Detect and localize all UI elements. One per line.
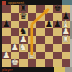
square-d6[interactable]: [28, 21, 37, 29]
square-a5[interactable]: [2, 28, 11, 36]
square-d1[interactable]: [28, 59, 37, 67]
square-e2[interactable]: [36, 52, 45, 60]
square-e7[interactable]: [36, 13, 45, 21]
square-g5[interactable]: [53, 28, 62, 36]
square-d5[interactable]: [28, 28, 37, 36]
scrollbar-thumb[interactable]: [70, 21, 72, 39]
square-d7[interactable]: [28, 13, 37, 21]
chess-app-window: opponent ♜♚♛♟♟♟♟♝♞♟♟♜♟♞♟♛♚ player: [0, 0, 72, 72]
square-c2[interactable]: [19, 52, 28, 60]
square-a6[interactable]: ♟: [2, 21, 11, 29]
square-b1[interactable]: ♚: [11, 59, 20, 67]
piece-white-pawn[interactable]: ♟: [11, 44, 20, 52]
square-b5[interactable]: [11, 28, 20, 36]
square-g2[interactable]: [53, 52, 62, 60]
square-e4[interactable]: [36, 36, 45, 44]
square-d8[interactable]: [28, 5, 37, 13]
square-a4[interactable]: [2, 36, 11, 44]
piece-black-king[interactable]: ♚: [53, 5, 62, 13]
square-f4[interactable]: [45, 36, 54, 44]
top-player-badge: [2, 1, 6, 5]
square-b6[interactable]: [11, 21, 20, 29]
square-g6[interactable]: ♟: [53, 21, 62, 29]
square-e8[interactable]: [36, 5, 45, 13]
piece-black-pawn[interactable]: ♟: [53, 21, 62, 29]
piece-white-pawn[interactable]: ♟: [2, 52, 11, 60]
square-e5[interactable]: [36, 28, 45, 36]
square-f1[interactable]: [45, 59, 54, 67]
piece-white-queen[interactable]: ♛: [28, 52, 37, 60]
square-g8[interactable]: ♚: [53, 5, 62, 13]
bottom-player-name: player: [2, 68, 13, 72]
piece-white-knight[interactable]: ♞: [19, 44, 28, 52]
piece-white-king[interactable]: ♚: [11, 59, 20, 67]
piece-black-queen[interactable]: ♛: [19, 13, 28, 21]
square-g1[interactable]: [53, 59, 62, 67]
square-h4[interactable]: ♜: [62, 36, 71, 44]
square-b7[interactable]: [11, 13, 20, 21]
square-g4[interactable]: [53, 36, 62, 44]
scrollbar[interactable]: [70, 5, 72, 67]
square-g3[interactable]: [53, 44, 62, 52]
bottom-player-bar: player: [0, 67, 72, 72]
square-h1[interactable]: [62, 59, 71, 67]
square-c7[interactable]: ♛: [19, 13, 28, 21]
square-d4[interactable]: [28, 36, 37, 44]
piece-black-pawn[interactable]: ♟: [45, 21, 54, 29]
square-f3[interactable]: [45, 44, 54, 52]
piece-white-rook[interactable]: ♜: [62, 36, 71, 44]
square-e1[interactable]: [36, 59, 45, 67]
square-f8[interactable]: [45, 5, 54, 13]
square-c1[interactable]: [19, 59, 28, 67]
square-b8[interactable]: [11, 5, 20, 13]
square-c3[interactable]: ♞: [19, 44, 28, 52]
square-h2[interactable]: [62, 52, 71, 60]
square-f5[interactable]: [45, 28, 54, 36]
square-f6[interactable]: ♟: [45, 21, 54, 29]
chess-board[interactable]: ♜♚♛♟♟♟♟♝♞♟♟♜♟♞♟♛♚: [2, 5, 70, 67]
square-a2[interactable]: ♟: [2, 52, 11, 60]
square-d2[interactable]: ♛: [28, 52, 37, 60]
square-f2[interactable]: [45, 52, 54, 60]
piece-black-pawn[interactable]: ♟: [2, 21, 11, 29]
square-b3[interactable]: ♟: [11, 44, 20, 52]
bottom-bar-corner: [65, 67, 72, 72]
bottom-player-clock: [54, 67, 65, 72]
square-a1[interactable]: [2, 59, 11, 67]
square-h3[interactable]: [62, 44, 71, 52]
square-e6[interactable]: [36, 21, 45, 29]
square-a8[interactable]: [2, 5, 11, 13]
square-e3[interactable]: [36, 44, 45, 52]
